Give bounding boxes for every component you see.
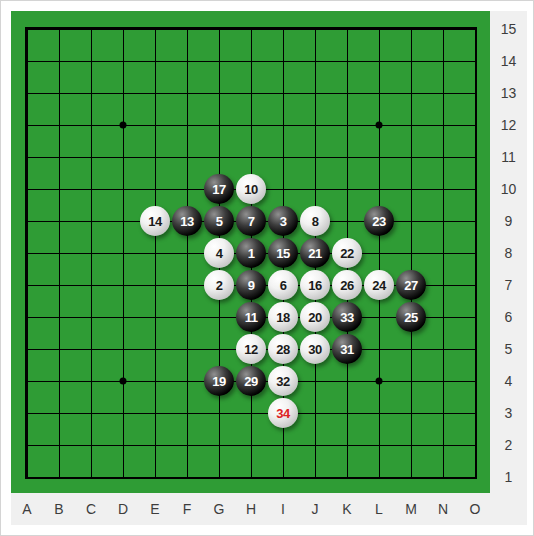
- stone-5-black: 5: [204, 206, 234, 236]
- stone-3-black: 3: [268, 206, 298, 236]
- intersection-B5[interactable]: [43, 333, 75, 365]
- intersection-L5[interactable]: [363, 333, 395, 365]
- intersection-G12[interactable]: [203, 109, 235, 141]
- intersection-B7[interactable]: [43, 269, 75, 301]
- board-grid: 1710141357382341152122296162624271118203…: [11, 13, 491, 493]
- intersection-E1[interactable]: [139, 461, 171, 493]
- intersection-K1[interactable]: [331, 461, 363, 493]
- intersection-M6[interactable]: 25: [395, 301, 427, 333]
- intersection-J6[interactable]: 20: [299, 301, 331, 333]
- intersection-J2[interactable]: [299, 429, 331, 461]
- gomoku-board-page: 1710141357382341152122296162624271118203…: [0, 0, 534, 536]
- intersection-G10[interactable]: 17: [203, 173, 235, 205]
- intersection-F3[interactable]: [171, 397, 203, 429]
- intersection-K10[interactable]: [331, 173, 363, 205]
- intersection-H9[interactable]: 7: [235, 205, 267, 237]
- intersection-H8[interactable]: 1: [235, 237, 267, 269]
- stone-32-white: 32: [268, 366, 298, 396]
- intersection-D13[interactable]: [107, 77, 139, 109]
- intersection-E5[interactable]: [139, 333, 171, 365]
- stone-19-black: 19: [204, 366, 234, 396]
- intersection-G2[interactable]: [203, 429, 235, 461]
- intersection-G13[interactable]: [203, 77, 235, 109]
- intersection-I7[interactable]: 6: [267, 269, 299, 301]
- intersection-L15[interactable]: [363, 13, 395, 45]
- intersection-N13[interactable]: [427, 77, 459, 109]
- intersection-K7[interactable]: 26: [331, 269, 363, 301]
- intersection-C10[interactable]: [75, 173, 107, 205]
- intersection-A10[interactable]: [11, 173, 43, 205]
- intersection-G4[interactable]: 19: [203, 365, 235, 397]
- stone-18-white: 18: [268, 302, 298, 332]
- stone-8-white: 8: [300, 206, 330, 236]
- stone-11-black: 11: [236, 302, 266, 332]
- intersection-L4[interactable]: [363, 365, 395, 397]
- intersection-O2[interactable]: [459, 429, 491, 461]
- intersection-E2[interactable]: [139, 429, 171, 461]
- intersection-E7[interactable]: [139, 269, 171, 301]
- star-point-D12: [120, 122, 127, 129]
- column-coordinate-bar: ABCDEFGHIJKLMNO: [11, 493, 490, 525]
- intersection-I13[interactable]: [267, 77, 299, 109]
- intersection-C5[interactable]: [75, 333, 107, 365]
- intersection-A11[interactable]: [11, 141, 43, 173]
- intersection-O13[interactable]: [459, 77, 491, 109]
- intersection-H4[interactable]: 29: [235, 365, 267, 397]
- intersection-N14[interactable]: [427, 45, 459, 77]
- intersection-J4[interactable]: [299, 365, 331, 397]
- intersection-J11[interactable]: [299, 141, 331, 173]
- intersection-F14[interactable]: [171, 45, 203, 77]
- intersection-J12[interactable]: [299, 109, 331, 141]
- intersection-L10[interactable]: [363, 173, 395, 205]
- star-point-L4: [376, 378, 383, 385]
- intersection-M11[interactable]: [395, 141, 427, 173]
- column-label-H: H: [235, 493, 267, 525]
- stone-27-black: 27: [396, 270, 426, 300]
- intersection-M1[interactable]: [395, 461, 427, 493]
- intersection-F7[interactable]: [171, 269, 203, 301]
- intersection-I10[interactable]: [267, 173, 299, 205]
- intersection-K9[interactable]: [331, 205, 363, 237]
- intersection-B8[interactable]: [43, 237, 75, 269]
- intersection-M12[interactable]: [395, 109, 427, 141]
- column-label-A: A: [11, 493, 43, 525]
- intersection-C2[interactable]: [75, 429, 107, 461]
- intersection-E14[interactable]: [139, 45, 171, 77]
- stone-23-black: 23: [364, 206, 394, 236]
- intersection-C9[interactable]: [75, 205, 107, 237]
- intersection-A15[interactable]: [11, 13, 43, 45]
- stone-16-white: 16: [300, 270, 330, 300]
- intersection-J3[interactable]: [299, 397, 331, 429]
- intersection-K12[interactable]: [331, 109, 363, 141]
- intersection-C6[interactable]: [75, 301, 107, 333]
- intersection-K14[interactable]: [331, 45, 363, 77]
- intersection-L14[interactable]: [363, 45, 395, 77]
- intersection-A9[interactable]: [11, 205, 43, 237]
- stone-12-white: 12: [236, 334, 266, 364]
- intersection-O3[interactable]: [459, 397, 491, 429]
- intersection-I4[interactable]: 32: [267, 365, 299, 397]
- intersection-O4[interactable]: [459, 365, 491, 397]
- intersection-I8[interactable]: 15: [267, 237, 299, 269]
- intersection-K4[interactable]: [331, 365, 363, 397]
- intersection-O11[interactable]: [459, 141, 491, 173]
- intersection-D7[interactable]: [107, 269, 139, 301]
- intersection-A14[interactable]: [11, 45, 43, 77]
- intersection-A8[interactable]: [11, 237, 43, 269]
- intersection-D8[interactable]: [107, 237, 139, 269]
- intersection-E3[interactable]: [139, 397, 171, 429]
- intersection-L13[interactable]: [363, 77, 395, 109]
- intersection-I12[interactable]: [267, 109, 299, 141]
- stone-30-white: 30: [300, 334, 330, 364]
- star-point-D4: [120, 378, 127, 385]
- intersection-L1[interactable]: [363, 461, 395, 493]
- stone-1-black: 1: [236, 238, 266, 268]
- intersection-M8[interactable]: [395, 237, 427, 269]
- intersection-F2[interactable]: [171, 429, 203, 461]
- intersection-I9[interactable]: 3: [267, 205, 299, 237]
- intersection-M2[interactable]: [395, 429, 427, 461]
- intersection-L7[interactable]: 24: [363, 269, 395, 301]
- intersection-J10[interactable]: [299, 173, 331, 205]
- intersection-H11[interactable]: [235, 141, 267, 173]
- intersection-G11[interactable]: [203, 141, 235, 173]
- intersection-K3[interactable]: [331, 397, 363, 429]
- stone-14-white: 14: [140, 206, 170, 236]
- row-label-11: 11: [490, 141, 527, 173]
- column-label-C: C: [75, 493, 107, 525]
- column-label-K: K: [331, 493, 363, 525]
- stone-28-white: 28: [268, 334, 298, 364]
- intersection-O12[interactable]: [459, 109, 491, 141]
- intersection-C14[interactable]: [75, 45, 107, 77]
- stone-17-black: 17: [204, 174, 234, 204]
- intersection-K2[interactable]: [331, 429, 363, 461]
- intersection-N10[interactable]: [427, 173, 459, 205]
- row-label-2: 2: [490, 429, 527, 461]
- intersection-K5[interactable]: 31: [331, 333, 363, 365]
- column-label-G: G: [203, 493, 235, 525]
- intersection-B14[interactable]: [43, 45, 75, 77]
- intersection-B10[interactable]: [43, 173, 75, 205]
- intersection-B4[interactable]: [43, 365, 75, 397]
- intersection-F8[interactable]: [171, 237, 203, 269]
- intersection-B12[interactable]: [43, 109, 75, 141]
- intersection-A12[interactable]: [11, 109, 43, 141]
- intersection-O6[interactable]: [459, 301, 491, 333]
- stone-9-black: 9: [236, 270, 266, 300]
- intersection-N9[interactable]: [427, 205, 459, 237]
- intersection-M10[interactable]: [395, 173, 427, 205]
- intersection-N8[interactable]: [427, 237, 459, 269]
- column-label-F: F: [171, 493, 203, 525]
- intersection-H1[interactable]: [235, 461, 267, 493]
- intersection-E6[interactable]: [139, 301, 171, 333]
- intersection-D6[interactable]: [107, 301, 139, 333]
- intersection-L8[interactable]: [363, 237, 395, 269]
- star-point-L12: [376, 122, 383, 129]
- stone-34-white: 34: [268, 398, 298, 428]
- row-label-13: 13: [490, 77, 527, 109]
- intersection-I14[interactable]: [267, 45, 299, 77]
- intersection-A1[interactable]: [11, 461, 43, 493]
- stone-2-white: 2: [204, 270, 234, 300]
- column-label-E: E: [139, 493, 171, 525]
- intersection-F15[interactable]: [171, 13, 203, 45]
- column-label-L: L: [363, 493, 395, 525]
- stone-20-white: 20: [300, 302, 330, 332]
- intersection-M15[interactable]: [395, 13, 427, 45]
- intersection-I11[interactable]: [267, 141, 299, 173]
- intersection-A2[interactable]: [11, 429, 43, 461]
- intersection-F13[interactable]: [171, 77, 203, 109]
- intersection-I3[interactable]: 34: [267, 397, 299, 429]
- intersection-B11[interactable]: [43, 141, 75, 173]
- intersection-G15[interactable]: [203, 13, 235, 45]
- intersection-D5[interactable]: [107, 333, 139, 365]
- intersection-J15[interactable]: [299, 13, 331, 45]
- stone-7-black: 7: [236, 206, 266, 236]
- intersection-L2[interactable]: [363, 429, 395, 461]
- intersection-D4[interactable]: [107, 365, 139, 397]
- intersection-E12[interactable]: [139, 109, 171, 141]
- intersection-C4[interactable]: [75, 365, 107, 397]
- intersection-N6[interactable]: [427, 301, 459, 333]
- intersection-N2[interactable]: [427, 429, 459, 461]
- intersection-D2[interactable]: [107, 429, 139, 461]
- intersection-J7[interactable]: 16: [299, 269, 331, 301]
- intersection-M14[interactable]: [395, 45, 427, 77]
- column-label-D: D: [107, 493, 139, 525]
- intersection-N5[interactable]: [427, 333, 459, 365]
- column-label-B: B: [43, 493, 75, 525]
- stone-26-white: 26: [332, 270, 362, 300]
- intersection-C8[interactable]: [75, 237, 107, 269]
- intersection-A7[interactable]: [11, 269, 43, 301]
- intersection-D1[interactable]: [107, 461, 139, 493]
- intersection-J9[interactable]: 8: [299, 205, 331, 237]
- stone-25-black: 25: [396, 302, 426, 332]
- stone-6-white: 6: [268, 270, 298, 300]
- intersection-B2[interactable]: [43, 429, 75, 461]
- intersection-M7[interactable]: 27: [395, 269, 427, 301]
- intersection-F10[interactable]: [171, 173, 203, 205]
- intersection-C3[interactable]: [75, 397, 107, 429]
- intersection-G7[interactable]: 2: [203, 269, 235, 301]
- board: 1710141357382341152122296162624271118203…: [11, 11, 490, 493]
- intersection-L6[interactable]: [363, 301, 395, 333]
- intersection-B3[interactable]: [43, 397, 75, 429]
- stone-24-white: 24: [364, 270, 394, 300]
- stone-22-white: 22: [332, 238, 362, 268]
- intersection-L9[interactable]: 23: [363, 205, 395, 237]
- intersection-A5[interactable]: [11, 333, 43, 365]
- intersection-N12[interactable]: [427, 109, 459, 141]
- intersection-G9[interactable]: 5: [203, 205, 235, 237]
- intersection-H3[interactable]: [235, 397, 267, 429]
- row-label-1: 1: [490, 461, 527, 493]
- intersection-E9[interactable]: 14: [139, 205, 171, 237]
- intersection-C13[interactable]: [75, 77, 107, 109]
- intersection-E13[interactable]: [139, 77, 171, 109]
- intersection-F12[interactable]: [171, 109, 203, 141]
- intersection-L3[interactable]: [363, 397, 395, 429]
- intersection-F5[interactable]: [171, 333, 203, 365]
- stone-29-black: 29: [236, 366, 266, 396]
- row-label-15: 15: [490, 13, 527, 45]
- intersection-J13[interactable]: [299, 77, 331, 109]
- intersection-O5[interactable]: [459, 333, 491, 365]
- intersection-E8[interactable]: [139, 237, 171, 269]
- stone-15-black: 15: [268, 238, 298, 268]
- intersection-G8[interactable]: 4: [203, 237, 235, 269]
- intersection-N4[interactable]: [427, 365, 459, 397]
- intersection-G1[interactable]: [203, 461, 235, 493]
- intersection-C1[interactable]: [75, 461, 107, 493]
- row-label-10: 10: [490, 173, 527, 205]
- intersection-H12[interactable]: [235, 109, 267, 141]
- intersection-F11[interactable]: [171, 141, 203, 173]
- intersection-L11[interactable]: [363, 141, 395, 173]
- intersection-J8[interactable]: 21: [299, 237, 331, 269]
- intersection-B6[interactable]: [43, 301, 75, 333]
- intersection-I2[interactable]: [267, 429, 299, 461]
- intersection-E15[interactable]: [139, 13, 171, 45]
- intersection-N15[interactable]: [427, 13, 459, 45]
- intersection-O1[interactable]: [459, 461, 491, 493]
- intersection-F6[interactable]: [171, 301, 203, 333]
- intersection-I5[interactable]: 28: [267, 333, 299, 365]
- intersection-E10[interactable]: [139, 173, 171, 205]
- row-label-4: 4: [490, 365, 527, 397]
- intersection-E11[interactable]: [139, 141, 171, 173]
- intersection-D14[interactable]: [107, 45, 139, 77]
- intersection-J1[interactable]: [299, 461, 331, 493]
- intersection-J14[interactable]: [299, 45, 331, 77]
- row-label-6: 6: [490, 301, 527, 333]
- row-label-3: 3: [490, 397, 527, 429]
- intersection-B1[interactable]: [43, 461, 75, 493]
- intersection-B13[interactable]: [43, 77, 75, 109]
- intersection-K6[interactable]: 33: [331, 301, 363, 333]
- intersection-C11[interactable]: [75, 141, 107, 173]
- column-label-N: N: [427, 493, 459, 525]
- stone-13-black: 13: [172, 206, 202, 236]
- intersection-I1[interactable]: [267, 461, 299, 493]
- intersection-O9[interactable]: [459, 205, 491, 237]
- intersection-F9[interactable]: 13: [171, 205, 203, 237]
- intersection-D10[interactable]: [107, 173, 139, 205]
- intersection-B15[interactable]: [43, 13, 75, 45]
- intersection-M9[interactable]: [395, 205, 427, 237]
- stone-33-black: 33: [332, 302, 362, 332]
- row-label-8: 8: [490, 237, 527, 269]
- intersection-I15[interactable]: [267, 13, 299, 45]
- stone-31-black: 31: [332, 334, 362, 364]
- intersection-M4[interactable]: [395, 365, 427, 397]
- intersection-K11[interactable]: [331, 141, 363, 173]
- intersection-K13[interactable]: [331, 77, 363, 109]
- row-coordinate-bar: 151413121110987654321: [490, 11, 527, 525]
- intersection-A4[interactable]: [11, 365, 43, 397]
- intersection-D15[interactable]: [107, 13, 139, 45]
- intersection-O8[interactable]: [459, 237, 491, 269]
- intersection-C15[interactable]: [75, 13, 107, 45]
- intersection-F4[interactable]: [171, 365, 203, 397]
- intersection-D9[interactable]: [107, 205, 139, 237]
- column-label-I: I: [267, 493, 299, 525]
- row-label-7: 7: [490, 269, 527, 301]
- intersection-D3[interactable]: [107, 397, 139, 429]
- row-label-5: 5: [490, 333, 527, 365]
- intersection-A6[interactable]: [11, 301, 43, 333]
- intersection-G5[interactable]: [203, 333, 235, 365]
- intersection-C7[interactable]: [75, 269, 107, 301]
- intersection-G6[interactable]: [203, 301, 235, 333]
- intersection-N3[interactable]: [427, 397, 459, 429]
- row-label-12: 12: [490, 109, 527, 141]
- intersection-A13[interactable]: [11, 77, 43, 109]
- stone-4-white: 4: [204, 238, 234, 268]
- intersection-G3[interactable]: [203, 397, 235, 429]
- intersection-M3[interactable]: [395, 397, 427, 429]
- intersection-H13[interactable]: [235, 77, 267, 109]
- intersection-A3[interactable]: [11, 397, 43, 429]
- intersection-M13[interactable]: [395, 77, 427, 109]
- intersection-H6[interactable]: 11: [235, 301, 267, 333]
- intersection-E4[interactable]: [139, 365, 171, 397]
- intersection-D12[interactable]: [107, 109, 139, 141]
- intersection-K8[interactable]: 22: [331, 237, 363, 269]
- intersection-G14[interactable]: [203, 45, 235, 77]
- intersection-H5[interactable]: 12: [235, 333, 267, 365]
- intersection-N7[interactable]: [427, 269, 459, 301]
- intersection-O10[interactable]: [459, 173, 491, 205]
- intersection-I6[interactable]: 18: [267, 301, 299, 333]
- row-label-14: 14: [490, 45, 527, 77]
- intersection-B9[interactable]: [43, 205, 75, 237]
- intersection-K15[interactable]: [331, 13, 363, 45]
- stone-21-black: 21: [300, 238, 330, 268]
- row-labels: 151413121110987654321: [490, 13, 527, 493]
- intersection-F1[interactable]: [171, 461, 203, 493]
- intersection-H2[interactable]: [235, 429, 267, 461]
- intersection-N1[interactable]: [427, 461, 459, 493]
- column-label-M: M: [395, 493, 427, 525]
- intersection-L12[interactable]: [363, 109, 395, 141]
- intersection-H7[interactable]: 9: [235, 269, 267, 301]
- intersection-O15[interactable]: [459, 13, 491, 45]
- intersection-H10[interactable]: 10: [235, 173, 267, 205]
- intersection-H14[interactable]: [235, 45, 267, 77]
- row-label-9: 9: [490, 205, 527, 237]
- intersection-D11[interactable]: [107, 141, 139, 173]
- intersection-J5[interactable]: 30: [299, 333, 331, 365]
- stone-10-white: 10: [236, 174, 266, 204]
- intersection-O7[interactable]: [459, 269, 491, 301]
- column-labels: ABCDEFGHIJKLMNO: [11, 493, 491, 525]
- intersection-N11[interactable]: [427, 141, 459, 173]
- intersection-M5[interactable]: [395, 333, 427, 365]
- column-label-O: O: [459, 493, 491, 525]
- intersection-C12[interactable]: [75, 109, 107, 141]
- intersection-H15[interactable]: [235, 13, 267, 45]
- intersection-O14[interactable]: [459, 45, 491, 77]
- column-label-J: J: [299, 493, 331, 525]
